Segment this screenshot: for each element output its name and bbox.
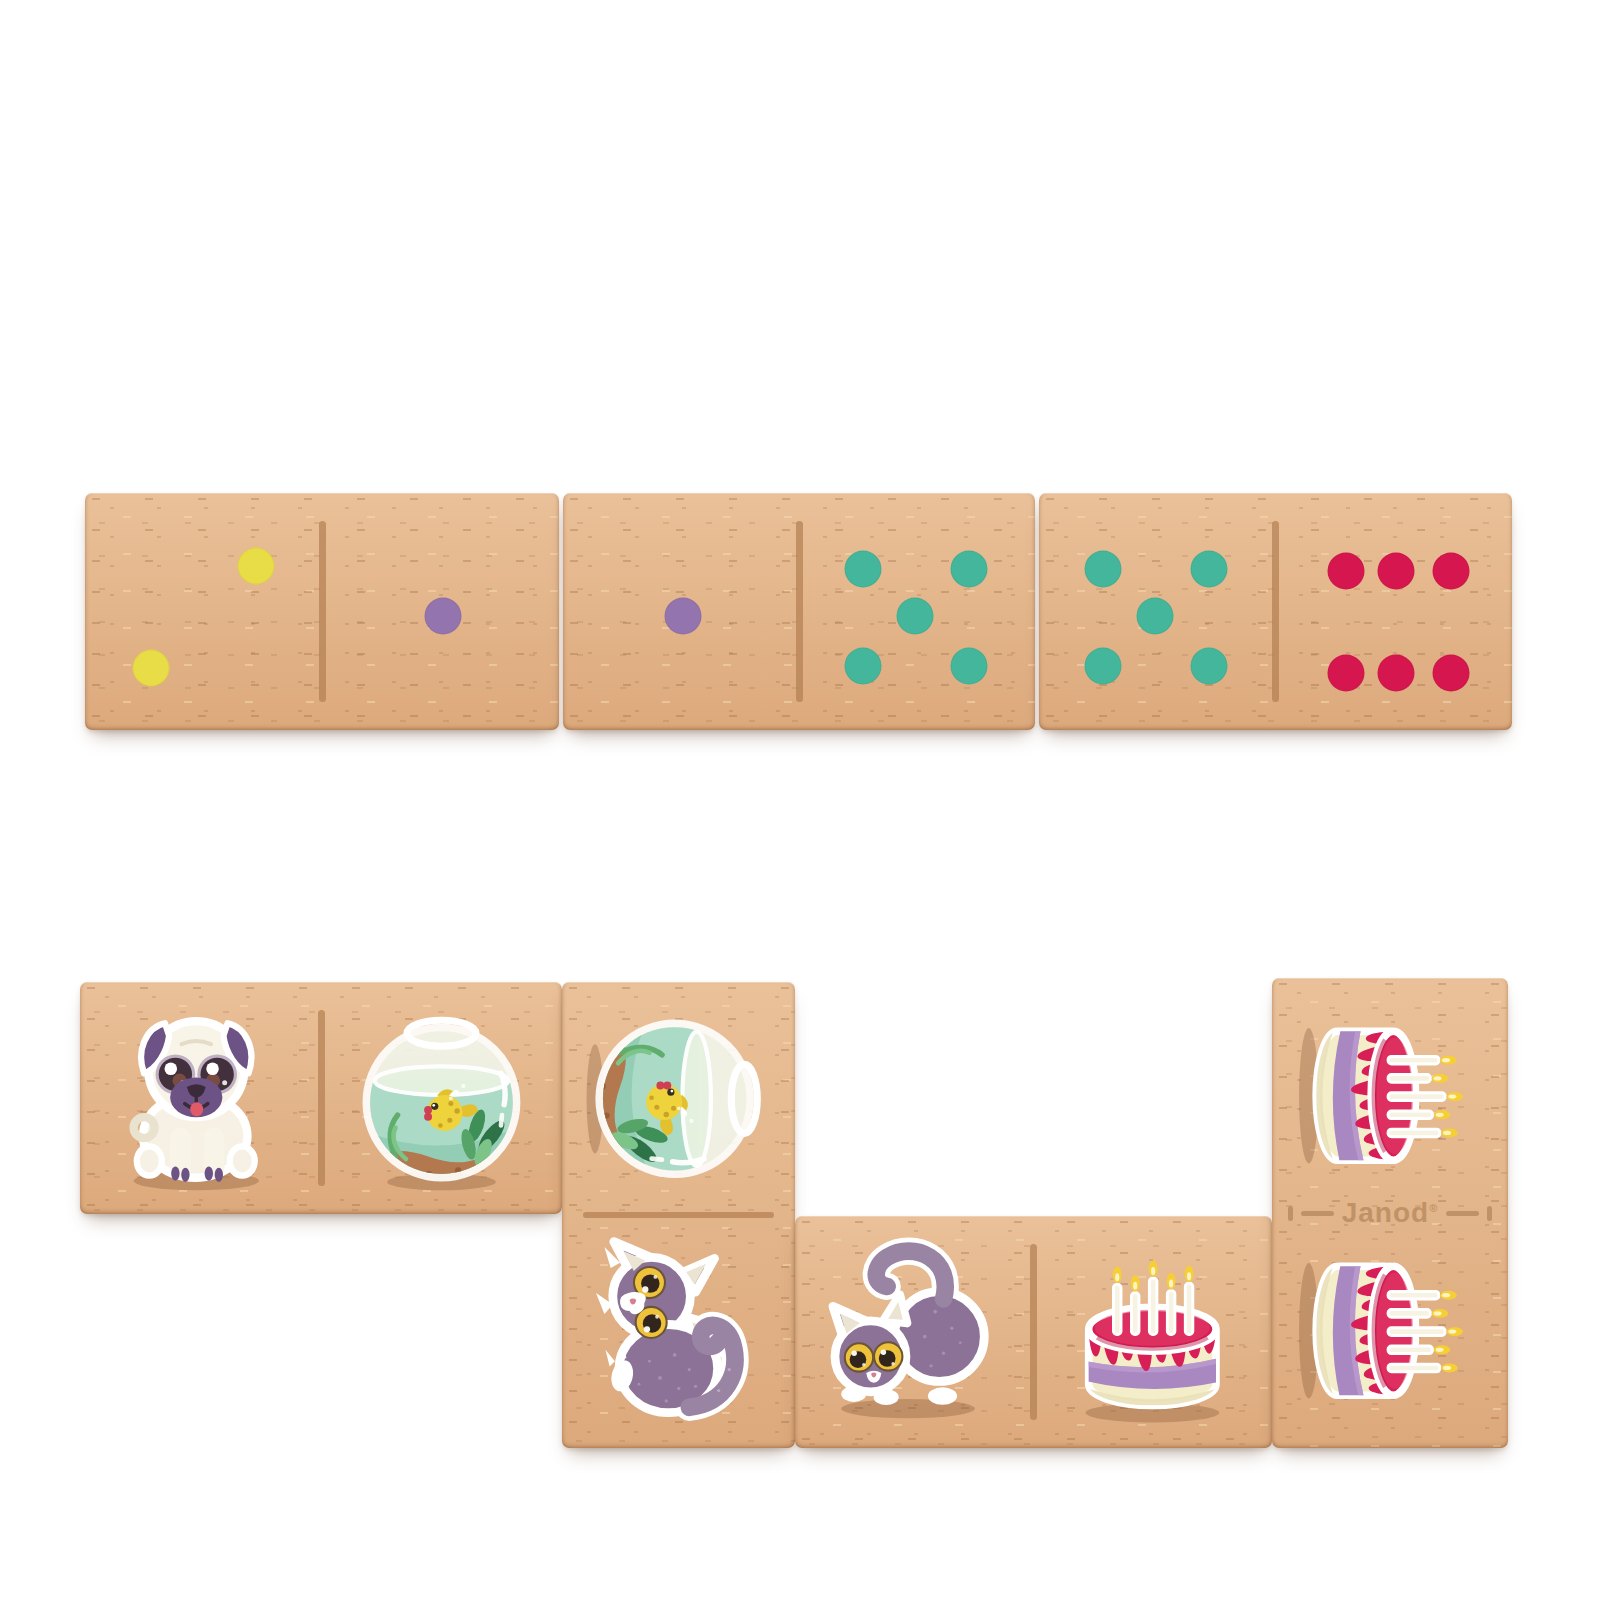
pip-teal	[1191, 648, 1228, 685]
domino-half-5-teal	[799, 493, 1035, 730]
domino-half-birthday-cake	[1272, 1213, 1508, 1448]
domino-half-fishbowl	[321, 982, 562, 1214]
birthday-cake-illustration	[1045, 1228, 1260, 1437]
domino-table: Janod®	[0, 0, 1600, 1600]
domino-half-6-red	[1276, 493, 1513, 730]
domino-half-fishbowl	[562, 982, 795, 1215]
pip-teal	[950, 648, 987, 685]
pip-red	[1432, 553, 1469, 590]
divider-line	[1272, 521, 1279, 701]
logo-dash-left	[1301, 1211, 1334, 1216]
domino-cake-cake-janod[interactable]: Janod®	[1272, 978, 1508, 1448]
domino-half-1-purple	[563, 493, 799, 730]
logo-tick-right	[1487, 1206, 1492, 1221]
domino-1purple-5teal[interactable]	[563, 493, 1035, 730]
pip-teal	[1084, 550, 1121, 587]
domino-half-cat-looking-up	[562, 1215, 795, 1448]
domino-half-pug	[80, 982, 321, 1214]
janod-logo: Janod®	[1272, 1199, 1508, 1227]
domino-half-2-yellow	[85, 493, 322, 730]
domino-cat-cake[interactable]	[795, 1216, 1272, 1448]
pip-yellow	[133, 650, 170, 687]
pip-purple	[424, 598, 461, 635]
birthday-cake-illustration	[1284, 989, 1496, 1201]
divider-line	[796, 521, 803, 701]
pip-yellow	[237, 548, 274, 585]
domino-half-birthday-cake	[1034, 1216, 1273, 1448]
divider-line	[318, 1010, 325, 1186]
pip-teal	[844, 648, 881, 685]
domino-2yellow-1purple[interactable]	[85, 493, 559, 730]
cat-crouching-illustration	[807, 1228, 1022, 1437]
domino-half-cat-crouching	[795, 1216, 1034, 1448]
fishbowl-illustration	[574, 994, 784, 1204]
domino-half-5-teal	[1039, 493, 1276, 730]
cat-looking-up-illustration	[574, 1227, 784, 1437]
birthday-cake-illustration	[1284, 1224, 1496, 1436]
pip-red	[1328, 655, 1365, 692]
pip-red	[1378, 553, 1415, 590]
divider-line	[1030, 1244, 1037, 1420]
pip-teal	[844, 550, 881, 587]
pip-teal	[950, 550, 987, 587]
logo-tick-left	[1288, 1206, 1293, 1221]
divider-line	[319, 521, 326, 701]
pip-red	[1378, 655, 1415, 692]
domino-half-1-purple	[322, 493, 559, 730]
domino-5teal-6red[interactable]	[1039, 493, 1512, 730]
domino-pug-fishbowl[interactable]	[80, 982, 562, 1214]
divider-line	[583, 1212, 774, 1218]
pip-teal	[896, 598, 933, 635]
domino-fishbowl-cat[interactable]	[562, 982, 795, 1448]
pip-purple	[665, 598, 702, 635]
pip-teal	[1191, 550, 1228, 587]
pip-teal	[1084, 648, 1121, 685]
logo-dash-right	[1446, 1211, 1479, 1216]
pip-red	[1432, 655, 1469, 692]
janod-logo-text: Janod®	[1342, 1199, 1439, 1227]
pip-teal	[1136, 598, 1173, 635]
fishbowl-illustration	[333, 994, 550, 1203]
domino-half-birthday-cake	[1272, 978, 1508, 1213]
pip-red	[1328, 553, 1365, 590]
pug-illustration	[92, 994, 309, 1203]
